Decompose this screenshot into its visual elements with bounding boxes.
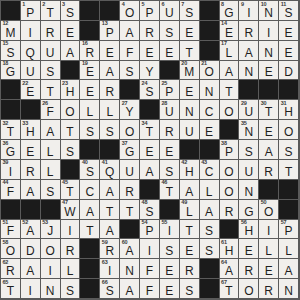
black-cell-r5c7 [120,80,140,100]
cell-letter: R [80,47,99,59]
cell-r9c1[interactable]: 39I [1,160,21,180]
cell-r8c2[interactable]: E [21,140,41,160]
cell-letter: E [180,86,199,98]
cell-letter: G [120,146,139,158]
black-cell-r10c14 [259,180,279,200]
cell-r13c2[interactable]: D [21,239,41,259]
cell-letter: E [259,265,278,277]
cell-letter: S [279,146,298,158]
cell-r4c5[interactable]: 19E [80,61,100,81]
cell-r9c13[interactable]: U [239,160,259,180]
cell-letter: E [259,126,278,138]
cell-r5c10[interactable]: E [180,80,200,100]
cell-letter: S [1,47,20,59]
cell-letter: I [160,225,179,237]
cell-r7c1[interactable]: 32T [1,120,21,140]
cell-r10c3[interactable]: S [41,180,61,200]
cell-r2c12[interactable]: 14E [220,21,240,41]
cell-letter: O [239,285,258,297]
cell-letter: O [220,166,239,178]
cell-letter: O [120,7,139,19]
cell-r5c12[interactable]: T [220,80,240,100]
cell-r13c14[interactable]: L [259,239,279,259]
cell-r9c8[interactable]: A [140,160,160,180]
cell-r14c4[interactable]: L [61,259,81,279]
cell-r14c12[interactable]: 64A [220,259,240,279]
cell-r2c3[interactable]: R [41,21,61,41]
cell-r4c10[interactable]: 20M [180,61,200,81]
cell-r2c2[interactable]: I [21,21,41,41]
cell-r13c11[interactable]: S [200,239,220,259]
cell-r2c6[interactable]: 13P [100,21,120,41]
cell-r12c13[interactable]: 56H [239,220,259,240]
cell-letter: L [259,245,278,257]
cell-r7c2[interactable]: 33H [21,120,41,140]
cell-letter: S [200,225,219,237]
cell-r2c13[interactable]: R [239,21,259,41]
cell-r10c1[interactable]: 44F [1,180,21,200]
cell-r14c1[interactable]: 62R [1,259,21,279]
cell-r10c12[interactable]: O [220,180,240,200]
cell-r3c13[interactable]: A [239,41,259,61]
cell-r1c13[interactable]: 9I [239,1,259,21]
cell-r9c11[interactable]: 43C [200,160,220,180]
cell-r12c6[interactable]: A [100,220,120,240]
cell-r11c7[interactable]: T [120,200,140,220]
cell-letter: E [200,126,219,138]
cell-r14c9[interactable]: E [160,259,180,279]
cell-r15c4[interactable]: S [61,279,81,299]
cell-r7c5[interactable]: S [80,120,100,140]
cell-r13c1[interactable]: 58O [1,239,21,259]
cell-r9c7[interactable]: U [120,160,140,180]
cell-r2c14[interactable]: I [259,21,279,41]
cell-r5c5[interactable]: E [80,80,100,100]
cell-letter: A [21,186,40,198]
cell-r2c9[interactable]: S [160,21,180,41]
cell-letter: R [21,166,40,178]
cell-letter: E [160,265,179,277]
cell-r1c9[interactable]: 6U [160,1,180,21]
cell-r15c3[interactable]: N [41,279,61,299]
cell-letter: R [1,265,20,277]
cell-r7c8[interactable]: 34T [140,120,160,140]
cell-letter: P [160,86,179,98]
cell-letter: N [239,186,258,198]
cell-r3c7[interactable]: F [120,41,140,61]
cell-r8c4[interactable]: S [61,140,81,160]
cell-letter: L [80,106,99,118]
cell-letter: P [140,7,159,19]
cell-letter: I [1,166,20,178]
cell-r5c3[interactable]: T [41,80,61,100]
cell-r9c3[interactable]: L [41,160,61,180]
cell-r12c14[interactable]: I [259,220,279,240]
cell-r5c4[interactable]: 23H [61,80,81,100]
cell-r2c15[interactable]: E [279,21,299,41]
cell-r4c2[interactable]: U [21,61,41,81]
cell-r7c13[interactable]: 35N [239,120,259,140]
black-cell-r4c9 [160,61,180,81]
cell-r1c15[interactable]: 11S [279,1,299,21]
cell-letter: R [259,285,278,297]
cell-letter: M [1,27,20,39]
cell-r1c12[interactable]: 8G [220,1,240,21]
cell-r10c13[interactable]: N [239,180,259,200]
black-cell-r9c4 [61,160,81,180]
cell-r11c11[interactable]: A [200,200,220,220]
cell-r14c10[interactable]: R [180,259,200,279]
cell-r8c1[interactable]: 36G [1,140,21,160]
cell-r1c2[interactable]: 1P [21,1,41,21]
cell-r9c14[interactable]: R [259,160,279,180]
cell-r4c12[interactable]: A [220,61,240,81]
cell-r6c12[interactable]: O [220,100,240,120]
cell-letter: J [41,225,60,237]
cell-r11c14[interactable]: 50O [259,200,279,220]
cell-r9c2[interactable]: R [21,160,41,180]
cell-letter: A [120,245,139,257]
cell-letter: C [80,186,99,198]
cell-letter: P [279,225,298,237]
cell-r13c4[interactable]: R [61,239,81,259]
cell-letter: S [80,126,99,138]
cell-r4c11[interactable]: 21O [200,61,220,81]
cell-r15c1[interactable]: 65T [1,279,21,299]
cell-r15c6[interactable]: 66S [100,279,120,299]
cell-r13c12[interactable]: 61H [220,239,240,259]
cell-r8c14[interactable]: A [259,140,279,160]
cell-letter: L [279,245,298,257]
black-cell-r1c5 [80,1,100,21]
cell-r8c12[interactable]: 38P [220,140,240,160]
cell-letter: S [140,86,159,98]
cell-r4c3[interactable]: S [41,61,61,81]
cell-r5c9[interactable]: 25P [160,80,180,100]
cell-letter: E [239,245,258,257]
cell-r3c3[interactable]: U [41,41,61,61]
cell-r7c11[interactable]: E [200,120,220,140]
cell-r10c11[interactable]: L [200,180,220,200]
cell-letter: T [61,126,80,138]
cell-r6c3[interactable]: 26F [41,100,61,120]
cell-r13c7[interactable]: 60A [120,239,140,259]
cell-letter: N [200,86,219,98]
cell-r10c5[interactable]: C [80,180,100,200]
cell-letter: F [1,186,20,198]
cell-r15c9[interactable]: E [160,279,180,299]
black-cell-r14c5 [80,259,100,279]
cell-r9c6[interactable]: 41Q [100,160,120,180]
cell-r3c15[interactable]: E [279,41,299,61]
cell-letter: T [140,126,159,138]
cell-r5c8[interactable]: 24S [140,80,160,100]
black-cell-r10c15 [279,180,299,200]
cell-r10c10[interactable]: A [180,180,200,200]
cell-letter: A [80,206,99,218]
cell-r9c5[interactable]: 40S [80,160,100,180]
cell-r3c5[interactable]: 16R [80,41,100,61]
cell-letter: S [100,126,119,138]
cell-letter: A [100,225,119,237]
black-cell-r12c12 [220,220,240,240]
cell-letter: A [200,206,219,218]
cell-r6c14[interactable]: 30T [259,100,279,120]
cell-r7c4[interactable]: T [61,120,81,140]
cell-letter: C [200,106,219,118]
cell-r8c13[interactable]: S [239,140,259,160]
cell-letter: T [180,225,199,237]
cell-r6c10[interactable]: N [180,100,200,120]
cell-letter: S [200,245,219,257]
cell-r2c10[interactable]: E [180,21,200,41]
cell-r3c1[interactable]: 15S [1,41,21,61]
cell-letter: H [180,166,199,178]
cell-letter: R [100,245,119,257]
cell-r15c8[interactable]: F [140,279,160,299]
cell-letter: L [180,206,199,218]
cell-r7c14[interactable]: E [259,120,279,140]
black-cell-r5c15 [279,80,299,100]
cell-r11c4[interactable]: 47W [61,200,81,220]
cell-r14c2[interactable]: A [21,259,41,279]
cell-letter: G [220,7,239,19]
cell-r4c6[interactable]: A [100,61,120,81]
cell-letter: E [180,245,199,257]
cell-r12c15[interactable]: 57P [279,220,299,240]
cell-r12c5[interactable]: T [80,220,100,240]
cell-r13c9[interactable]: S [160,239,180,259]
cell-r6c11[interactable]: C [200,100,220,120]
cell-r14c7[interactable]: N [120,259,140,279]
cell-r7c15[interactable]: O [279,120,299,140]
cell-r1c10[interactable]: 7S [180,1,200,21]
cell-r4c15[interactable]: D [279,61,299,81]
cell-r8c3[interactable]: L [41,140,61,160]
cell-letter: H [21,126,40,138]
cell-letter: A [180,186,199,198]
cell-r3c6[interactable]: E [100,41,120,61]
cell-r5c6[interactable]: R [100,80,120,100]
cell-r9c9[interactable]: S [160,160,180,180]
cell-letter: E [220,27,239,39]
cell-r1c3[interactable]: 2T [41,1,61,21]
cell-r13c3[interactable]: O [41,239,61,259]
cell-r11c10[interactable]: 49L [180,200,200,220]
cell-letter: R [239,265,258,277]
black-cell-r7c12 [220,120,240,140]
cell-r6c4[interactable]: O [61,100,81,120]
cell-letter: S [100,285,119,297]
black-cell-r11c2 [21,200,41,220]
cell-letter: L [200,186,219,198]
cell-r14c3[interactable]: I [41,259,61,279]
cell-r11c13[interactable]: G [239,200,259,220]
black-cell-r15c11 [200,279,220,299]
cell-letter: D [279,66,298,78]
cell-r12c4[interactable]: I [61,220,81,240]
cell-r3c4[interactable]: A [61,41,81,61]
cell-r9c15[interactable]: T [279,160,299,180]
cell-r14c14[interactable]: E [259,259,279,279]
cell-r2c1[interactable]: 12M [1,21,21,41]
cell-letter: E [61,27,80,39]
cell-r12c3[interactable]: 53J [41,220,61,240]
cell-r13c15[interactable]: L [279,239,299,259]
cell-r3c10[interactable]: T [180,41,200,61]
cell-r2c4[interactable]: E [61,21,81,41]
cell-letter: F [1,225,20,237]
cell-letter: N [239,126,258,138]
cell-letter: O [220,186,239,198]
cell-letter: A [100,186,119,198]
cell-r1c4[interactable]: 3S [61,1,81,21]
cell-letter: O [120,126,139,138]
cell-letter: W [61,206,80,218]
cell-r13c6[interactable]: 59R [100,239,120,259]
cell-r10c9[interactable]: 46T [160,180,180,200]
black-cell-r1c1 [1,1,21,21]
cell-letter: E [100,47,119,59]
cell-letter: I [41,265,60,277]
cell-letter: O [61,106,80,118]
cell-letter: U [21,66,40,78]
cell-r3c2[interactable]: Q [21,41,41,61]
cell-r10c4[interactable]: 45T [61,180,81,200]
cell-r14c13[interactable]: R [239,259,259,279]
cell-r12c8[interactable]: 54P [140,220,160,240]
cell-letter: Y [140,66,159,78]
cell-letter: A [279,265,298,277]
cell-r12c1[interactable]: 51F [1,220,21,240]
cell-r5c11[interactable]: N [200,80,220,100]
cell-r15c15[interactable]: N [279,279,299,299]
cell-r3c9[interactable]: E [160,41,180,61]
cell-letter: S [61,7,80,19]
cell-r9c12[interactable]: O [220,160,240,180]
cell-r10c2[interactable]: A [21,180,41,200]
cell-letter: N [279,285,298,297]
cell-letter: A [61,47,80,59]
cell-r11c6[interactable]: T [100,200,120,220]
cell-letter: I [140,245,159,257]
cell-r13c10[interactable]: E [180,239,200,259]
cell-r12c10[interactable]: T [180,220,200,240]
cell-r4c7[interactable]: S [120,61,140,81]
cell-r2c8[interactable]: R [140,21,160,41]
cell-r13c8[interactable]: I [140,239,160,259]
black-cell-r15c5 [80,279,100,299]
cell-r6c6[interactable]: L [100,100,120,120]
cell-r15c2[interactable]: I [21,279,41,299]
cell-r6c7[interactable]: 27Y [120,100,140,120]
cell-letter: A [239,47,258,59]
cell-r14c15[interactable]: A [279,259,299,279]
cell-r8c15[interactable]: S [279,140,299,160]
cell-r11c5[interactable]: A [80,200,100,220]
cell-r10c6[interactable]: A [100,180,120,200]
cell-r3c12[interactable]: 17L [220,41,240,61]
cell-letter: E [180,27,199,39]
cell-r4c1[interactable]: 18G [1,61,21,81]
cell-r8c9[interactable]: E [160,140,180,160]
black-cell-r8c10 [180,140,200,160]
cell-letter: S [160,27,179,39]
crossword-board: 1P2T3S4O5P6U7S8G9I10N11S12MIRE13PARSE14E… [0,0,300,300]
black-cell-r2c5 [80,21,100,41]
cell-r4c8[interactable]: Y [140,61,160,81]
cell-r15c13[interactable]: O [239,279,259,299]
cell-r3c8[interactable]: E [140,41,160,61]
cell-r4c14[interactable]: E [259,61,279,81]
cell-r8c7[interactable]: 37G [120,140,140,160]
cell-r7c10[interactable]: U [180,120,200,140]
cell-letter: P [220,146,239,158]
cell-r1c7[interactable]: 4O [120,1,140,21]
cell-letter: T [41,86,60,98]
cell-r1c14[interactable]: 10N [259,1,279,21]
cell-letter: E [279,27,298,39]
cell-letter: E [160,146,179,158]
black-cell-r11c3 [41,200,61,220]
cell-r12c11[interactable]: S [200,220,220,240]
cell-r6c5[interactable]: L [80,100,100,120]
cell-r15c12[interactable]: 67T [220,279,240,299]
cell-r15c14[interactable]: R [259,279,279,299]
cell-letter: I [61,225,80,237]
cell-r6c15[interactable]: 31H [279,100,299,120]
cell-letter: E [160,285,179,297]
cell-letter: Y [120,106,139,118]
cell-r12c9[interactable]: 55I [160,220,180,240]
cell-r11c8[interactable]: 48S [140,200,160,220]
cell-letter: F [41,106,60,118]
cell-letter: A [140,166,159,178]
cell-r7c7[interactable]: O [120,120,140,140]
cell-r14c8[interactable]: F [140,259,160,279]
cell-r8c8[interactable]: E [140,140,160,160]
cell-r6c13[interactable]: 29U [239,100,259,120]
cell-letter: N [41,285,60,297]
cell-letter: D [21,245,40,257]
cell-letter: E [80,86,99,98]
cell-r15c10[interactable]: S [180,279,200,299]
cell-letter: U [160,7,179,19]
cell-r9c10[interactable]: 42H [180,160,200,180]
cell-r7c6[interactable]: S [100,120,120,140]
cell-r12c2[interactable]: 52A [21,220,41,240]
cell-r2c7[interactable]: A [120,21,140,41]
cell-r5c2[interactable]: 22E [21,80,41,100]
cell-r11c12[interactable]: R [220,200,240,220]
cell-r3c14[interactable]: N [259,41,279,61]
cell-r13c13[interactable]: E [239,239,259,259]
cell-r1c8[interactable]: 5P [140,1,160,21]
cell-r4c13[interactable]: N [239,61,259,81]
cell-r15c7[interactable]: A [120,279,140,299]
cell-r7c3[interactable]: A [41,120,61,140]
cell-r10c7[interactable]: R [120,180,140,200]
cell-r6c9[interactable]: 28U [160,100,180,120]
cell-letter: A [21,265,40,277]
black-cell-r5c14 [259,80,279,100]
cell-r7c9[interactable]: R [160,120,180,140]
black-cell-r6c1 [1,100,21,120]
cell-letter: T [41,7,60,19]
cell-r14c6[interactable]: 63I [100,259,120,279]
black-cell-r8c6 [100,140,120,160]
cell-letter: E [140,47,159,59]
